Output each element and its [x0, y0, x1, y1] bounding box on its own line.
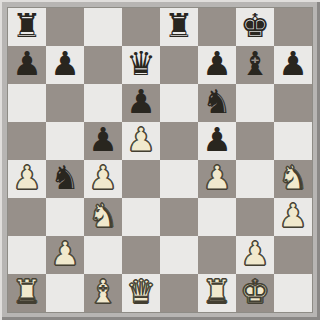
square-a6[interactable] [8, 84, 46, 122]
square-g2[interactable]: ♟ [236, 236, 274, 274]
square-a4[interactable]: ♟ [8, 160, 46, 198]
piece-white-rook: ♜ [202, 274, 232, 311]
square-e5[interactable] [160, 122, 198, 160]
square-g3[interactable] [236, 198, 274, 236]
piece-black-pawn: ♟ [88, 122, 118, 159]
piece-black-knight: ♞ [50, 160, 80, 197]
piece-white-knight: ♞ [88, 198, 118, 235]
square-b1[interactable] [46, 274, 84, 312]
square-e3[interactable] [160, 198, 198, 236]
square-d6[interactable]: ♟ [122, 84, 160, 122]
square-c1[interactable]: ♝ [84, 274, 122, 312]
piece-black-rook: ♜ [12, 8, 42, 45]
piece-white-pawn: ♟ [50, 236, 80, 273]
square-e2[interactable] [160, 236, 198, 274]
square-g1[interactable]: ♚ [236, 274, 274, 312]
square-b5[interactable] [46, 122, 84, 160]
square-g8[interactable]: ♚ [236, 8, 274, 46]
chess-board-frame: ♜♜♚♟♟♛♟♝♟♟♞♟♟♟♟♞♟♟♞♞♟♟♟♜♝♛♜♚ [0, 0, 320, 320]
piece-black-pawn: ♟ [126, 84, 156, 121]
piece-black-pawn: ♟ [278, 46, 308, 83]
square-f8[interactable] [198, 8, 236, 46]
square-d8[interactable] [122, 8, 160, 46]
square-e7[interactable] [160, 46, 198, 84]
piece-black-pawn: ♟ [12, 46, 42, 83]
square-d2[interactable] [122, 236, 160, 274]
piece-black-pawn: ♟ [202, 46, 232, 83]
square-h6[interactable] [274, 84, 312, 122]
square-e1[interactable] [160, 274, 198, 312]
square-h3[interactable]: ♟ [274, 198, 312, 236]
square-e8[interactable]: ♜ [160, 8, 198, 46]
square-d1[interactable]: ♛ [122, 274, 160, 312]
square-f1[interactable]: ♜ [198, 274, 236, 312]
square-g7[interactable]: ♝ [236, 46, 274, 84]
square-f7[interactable]: ♟ [198, 46, 236, 84]
piece-white-king: ♚ [240, 274, 270, 311]
square-d5[interactable]: ♟ [122, 122, 160, 160]
square-c4[interactable]: ♟ [84, 160, 122, 198]
square-a2[interactable] [8, 236, 46, 274]
square-a7[interactable]: ♟ [8, 46, 46, 84]
piece-black-rook: ♜ [164, 8, 194, 45]
square-b6[interactable] [46, 84, 84, 122]
square-b8[interactable] [46, 8, 84, 46]
chess-board: ♜♜♚♟♟♛♟♝♟♟♞♟♟♟♟♞♟♟♞♞♟♟♟♜♝♛♜♚ [8, 8, 312, 312]
square-f6[interactable]: ♞ [198, 84, 236, 122]
piece-white-pawn: ♟ [240, 236, 270, 273]
piece-white-queen: ♛ [126, 274, 156, 311]
square-b7[interactable]: ♟ [46, 46, 84, 84]
square-h7[interactable]: ♟ [274, 46, 312, 84]
square-c7[interactable] [84, 46, 122, 84]
square-h1[interactable] [274, 274, 312, 312]
square-h8[interactable] [274, 8, 312, 46]
square-f4[interactable]: ♟ [198, 160, 236, 198]
piece-black-pawn: ♟ [202, 122, 232, 159]
square-a5[interactable] [8, 122, 46, 160]
square-d4[interactable] [122, 160, 160, 198]
square-f3[interactable] [198, 198, 236, 236]
square-c5[interactable]: ♟ [84, 122, 122, 160]
piece-white-knight: ♞ [278, 160, 308, 197]
square-f2[interactable] [198, 236, 236, 274]
piece-black-knight: ♞ [202, 84, 232, 121]
square-b4[interactable]: ♞ [46, 160, 84, 198]
square-a3[interactable] [8, 198, 46, 236]
square-g5[interactable] [236, 122, 274, 160]
piece-white-bishop: ♝ [88, 274, 118, 311]
piece-white-pawn: ♟ [202, 160, 232, 197]
square-h2[interactable] [274, 236, 312, 274]
piece-white-pawn: ♟ [12, 160, 42, 197]
square-a8[interactable]: ♜ [8, 8, 46, 46]
piece-white-pawn: ♟ [88, 160, 118, 197]
square-d3[interactable] [122, 198, 160, 236]
square-g6[interactable] [236, 84, 274, 122]
square-c6[interactable] [84, 84, 122, 122]
piece-black-pawn: ♟ [50, 46, 80, 83]
square-h5[interactable] [274, 122, 312, 160]
piece-black-queen: ♛ [126, 46, 156, 83]
piece-black-king: ♚ [240, 8, 270, 45]
square-c3[interactable]: ♞ [84, 198, 122, 236]
piece-white-rook: ♜ [12, 274, 42, 311]
square-a1[interactable]: ♜ [8, 274, 46, 312]
square-b2[interactable]: ♟ [46, 236, 84, 274]
square-c2[interactable] [84, 236, 122, 274]
square-g4[interactable] [236, 160, 274, 198]
square-d7[interactable]: ♛ [122, 46, 160, 84]
square-c8[interactable] [84, 8, 122, 46]
square-h4[interactable]: ♞ [274, 160, 312, 198]
piece-white-pawn: ♟ [278, 198, 308, 235]
square-e4[interactable] [160, 160, 198, 198]
piece-black-bishop: ♝ [240, 46, 270, 83]
square-b3[interactable] [46, 198, 84, 236]
square-e6[interactable] [160, 84, 198, 122]
piece-white-pawn: ♟ [126, 122, 156, 159]
square-f5[interactable]: ♟ [198, 122, 236, 160]
